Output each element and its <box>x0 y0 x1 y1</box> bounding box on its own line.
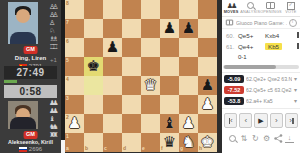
square-a3[interactable]: 3 <box>65 95 84 114</box>
piece-black-pawn[interactable]: ♟ <box>198 76 217 95</box>
russia-flag-icon <box>19 147 27 152</box>
square-c2[interactable] <box>103 114 122 133</box>
tab-moves[interactable]: ♟♟ MOVES <box>222 0 240 16</box>
clock-bottom: 0:58 <box>4 85 57 98</box>
square-c7[interactable] <box>103 19 122 38</box>
square-b4[interactable] <box>84 76 103 95</box>
square-g7[interactable]: ♟ <box>179 19 198 38</box>
player-top-avatar <box>8 2 38 44</box>
chevron-down-icon[interactable]: ▾ <box>294 97 298 104</box>
download-icon[interactable]: ↓ <box>285 133 294 143</box>
square-g5[interactable] <box>179 57 198 76</box>
tab-openings[interactable]: OPENINGS <box>260 0 282 16</box>
move-black[interactable]: Kxb4 <box>265 32 292 39</box>
square-b8[interactable] <box>84 0 103 19</box>
square-f6[interactable] <box>160 38 179 57</box>
square-b6[interactable] <box>84 38 103 57</box>
square-f1[interactable]: f♛ <box>160 133 179 152</box>
square-h7[interactable] <box>198 19 217 38</box>
square-b7[interactable] <box>84 19 103 38</box>
square-g8[interactable] <box>179 0 198 19</box>
square-f2[interactable]: ♝ <box>160 114 179 133</box>
square-g4[interactable] <box>179 76 198 95</box>
rank-label: 1 <box>66 134 69 139</box>
navigation-controls: ‹ ‹ ▶ › › <box>222 108 300 130</box>
move-black-current[interactable]: Kb5 <box>265 43 282 50</box>
square-f4[interactable] <box>160 76 179 95</box>
square-d1[interactable]: d <box>122 133 141 152</box>
horizontal-scrollbar[interactable] <box>223 65 299 69</box>
file-label: f <box>161 146 163 151</box>
opening-row[interactable]: Giuoco Piano Game: … <box>222 17 300 29</box>
eval-badge: -5.09 <box>224 75 244 83</box>
game-result: 0-1 <box>222 52 300 62</box>
file-label: h <box>199 146 202 151</box>
piece-black-pawn[interactable]: ♟ <box>179 19 198 38</box>
player-bottom-name: Alekseenko, Kirill <box>0 139 61 145</box>
square-e5[interactable] <box>141 57 160 76</box>
pieces-icon: ♟♟ <box>227 2 236 9</box>
square-g1[interactable]: g♞ <box>179 133 198 152</box>
square-e6[interactable] <box>141 38 160 57</box>
share-icon[interactable] <box>274 134 283 143</box>
square-g2[interactable]: ♟ <box>179 114 198 133</box>
rank-label: 8 <box>66 1 69 6</box>
move-white[interactable]: Qe4+ <box>238 43 265 50</box>
square-h5[interactable] <box>198 57 217 76</box>
engine-line[interactable]: -5.09 62.Qe2+ Qxe2 63.Nxe2… ▾ <box>222 73 300 84</box>
square-f3[interactable] <box>160 95 179 114</box>
square-h8[interactable] <box>198 0 217 19</box>
move-row: 60. Qe5+ Kxb4 <box>222 30 300 41</box>
square-h3[interactable]: ♟ <box>198 95 217 114</box>
file-label: e <box>142 146 145 151</box>
player-bottom-rating: 2696 <box>29 146 42 152</box>
square-c8[interactable] <box>103 0 122 19</box>
eval-badge: -7.52 <box>224 86 244 94</box>
square-e8[interactable] <box>141 0 160 19</box>
engine-line[interactable]: -7.52 62.Qe5+ c5 63.Qe2+ Q… ▾ <box>222 84 300 95</box>
book-icon <box>266 2 275 9</box>
square-f7[interactable]: ♟ <box>160 19 179 38</box>
piece-white-pawn[interactable]: ♟ <box>179 114 198 133</box>
moves-panel: ♟♟ MOVES ANALYSIS OPENINGS VOTE Giuoco P… <box>222 0 300 153</box>
square-e7[interactable] <box>141 19 160 38</box>
clock-top: 27:49 <box>4 66 57 79</box>
vertical-scrollbar[interactable] <box>297 32 299 38</box>
next-move-button[interactable]: › <box>270 113 283 128</box>
square-f5[interactable] <box>160 57 179 76</box>
last-move-button[interactable]: › <box>285 113 298 128</box>
flip-board-icon[interactable]: ⇅ <box>239 134 248 143</box>
tool-icons: ⇅ ↻ ⚙ ↓ <box>222 130 300 143</box>
engine-line[interactable]: -53.8 62.a4+ Ka5 ▾ <box>222 95 300 106</box>
square-a6[interactable]: 6 <box>65 38 84 57</box>
square-a7[interactable]: 7 <box>65 19 84 38</box>
chess-board[interactable]: 87♟♟6♟5♚4♛♟3♟2♟♝♟1abcdef♛g♞h♚ <box>65 0 217 152</box>
zoom-icon[interactable] <box>228 134 237 143</box>
rank-label: 4 <box>66 77 69 82</box>
square-c1[interactable]: c <box>103 133 122 152</box>
square-g6[interactable] <box>179 38 198 57</box>
square-b5[interactable]: ♚ <box>84 57 103 76</box>
piece-black-king[interactable]: ♚ <box>84 57 103 76</box>
chevron-down-icon[interactable]: ▾ <box>294 75 298 82</box>
prev-move-button[interactable]: ‹ <box>239 113 252 128</box>
square-c5[interactable] <box>103 57 122 76</box>
file-label: b <box>85 146 88 151</box>
square-f8[interactable] <box>160 0 179 19</box>
file-label: g <box>180 146 183 151</box>
piece-white-pawn[interactable]: ♟ <box>198 95 217 114</box>
tab-analysis[interactable]: ANALYSIS <box>240 0 260 16</box>
square-h2[interactable] <box>198 114 217 133</box>
rank-label: 3 <box>66 96 69 101</box>
square-e3[interactable] <box>141 95 160 114</box>
play-button[interactable]: ▶ <box>254 113 267 128</box>
tab-bar: ♟♟ MOVES ANALYSIS OPENINGS VOTE <box>222 0 300 17</box>
time-bar <box>4 80 17 83</box>
player-bottom-rating-row: 2696 <box>0 146 61 152</box>
square-e2[interactable] <box>141 114 160 133</box>
rank-label: 7 <box>66 20 69 25</box>
gm-badge-top: GM <box>23 46 38 54</box>
square-e1[interactable]: e <box>141 133 160 152</box>
square-d7[interactable] <box>122 19 141 38</box>
rank-label: 2 <box>66 115 69 120</box>
players-panel: GM Ding, Liren 2791 27:49 ♙♙♙♙♙♘♗♗♖♖ +1 … <box>0 0 61 153</box>
file-label: a <box>66 146 69 151</box>
info-icon[interactable] <box>289 19 297 27</box>
engine-analysis: -5.09 62.Qe2+ Qxe2 63.Nxe2… ▾ -7.52 62.Q… <box>222 72 300 106</box>
square-c6[interactable]: ♟ <box>103 38 122 57</box>
player-bottom-avatar <box>8 101 38 129</box>
square-d4[interactable] <box>122 76 141 95</box>
square-a5[interactable]: 5 <box>65 57 84 76</box>
gm-badge-bottom: GM <box>23 131 38 139</box>
tab-vote[interactable]: VOTE <box>282 0 300 16</box>
square-d8[interactable] <box>122 0 141 19</box>
square-d2[interactable] <box>122 114 141 133</box>
ballot-icon <box>287 2 295 10</box>
reload-icon[interactable]: ↻ <box>251 134 260 143</box>
square-d3[interactable] <box>122 95 141 114</box>
opening-book-icon <box>226 20 233 26</box>
opening-name: Giuoco Piano Game: … <box>236 20 287 26</box>
eval-badge: -53.8 <box>224 97 244 105</box>
file-label: c <box>104 146 107 151</box>
first-move-button[interactable]: ‹ <box>224 113 237 128</box>
magnifier-icon <box>247 2 254 9</box>
square-e4[interactable]: ♛ <box>141 76 160 95</box>
square-d5[interactable] <box>122 57 141 76</box>
square-b1[interactable]: b <box>84 133 103 152</box>
chevron-down-icon[interactable]: ▾ <box>294 86 298 93</box>
rank-label: 5 <box>66 58 69 63</box>
square-b2[interactable] <box>84 114 103 133</box>
square-a1[interactable]: 1a <box>65 133 84 152</box>
square-a2[interactable]: 2♟ <box>65 114 84 133</box>
square-a4[interactable]: 4 <box>65 76 84 95</box>
file-label: d <box>123 146 126 151</box>
piece-black-pawn[interactable]: ♟ <box>103 38 122 57</box>
piece-black-pawn[interactable]: ♟ <box>160 19 179 38</box>
square-c4[interactable] <box>103 76 122 95</box>
vertical-scrollbar[interactable] <box>297 43 299 49</box>
square-c3[interactable] <box>103 95 122 114</box>
square-h6[interactable] <box>198 38 217 57</box>
square-b3[interactable] <box>84 95 103 114</box>
piece-white-queen[interactable]: ♛ <box>141 76 160 95</box>
square-g3[interactable] <box>179 95 198 114</box>
chess-live-viewer: GM Ding, Liren 2791 27:49 ♙♙♙♙♙♘♗♗♖♖ +1 … <box>0 0 300 153</box>
square-a8[interactable]: 8 <box>65 0 84 19</box>
square-d6[interactable] <box>122 38 141 57</box>
move-row: 61. Qe4+ Kb5 <box>222 41 300 52</box>
gear-icon[interactable]: ⚙ <box>262 134 271 143</box>
move-list: 60. Qe5+ Kxb4 61. Qe4+ Kb5 0-1 <box>222 29 300 63</box>
square-h4[interactable]: ♟ <box>198 76 217 95</box>
rank-label: 6 <box>66 39 69 44</box>
piece-black-bishop[interactable]: ♝ <box>160 114 179 133</box>
square-h1[interactable]: h♚ <box>198 133 217 152</box>
move-white[interactable]: Qe5+ <box>238 32 265 39</box>
